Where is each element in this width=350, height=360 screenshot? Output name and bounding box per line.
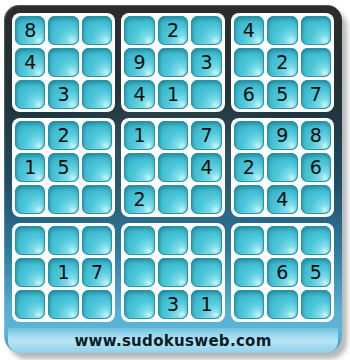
box-3-1: 17 <box>12 223 115 322</box>
cell-r2c7[interactable] <box>234 48 264 77</box>
cell-r5c6: 4 <box>191 153 221 182</box>
cell-r9c4[interactable] <box>124 290 154 319</box>
cell-r1c9[interactable] <box>301 16 331 45</box>
cell-r9c2[interactable] <box>48 290 78 319</box>
cell-r3c7: 6 <box>234 80 264 109</box>
cell-r7c7[interactable] <box>234 226 264 255</box>
cell-r9c9[interactable] <box>301 290 331 319</box>
cell-r8c4[interactable] <box>124 258 154 287</box>
cell-r9c5: 3 <box>158 290 188 319</box>
cell-r4c7[interactable] <box>234 121 264 150</box>
sudoku-board: 8432934142657215174298264173165 www.sudo… <box>4 5 342 353</box>
footer-bar: www.sudokusweb.com <box>8 328 338 353</box>
cell-r2c1: 4 <box>15 48 45 77</box>
cell-r8c6[interactable] <box>191 258 221 287</box>
cell-r7c4[interactable] <box>124 226 154 255</box>
cell-r7c8[interactable] <box>267 226 297 255</box>
cell-r3c8: 5 <box>267 80 297 109</box>
cell-r1c7: 4 <box>234 16 264 45</box>
cell-r5c1: 1 <box>15 153 45 182</box>
cell-r2c4: 9 <box>124 48 154 77</box>
cell-r8c7[interactable] <box>234 258 264 287</box>
cell-r1c8[interactable] <box>267 16 297 45</box>
cell-r2c3[interactable] <box>82 48 112 77</box>
cell-r4c9: 8 <box>301 121 331 150</box>
cell-r2c8: 2 <box>267 48 297 77</box>
cell-r6c6[interactable] <box>191 185 221 214</box>
cell-r7c3[interactable] <box>82 226 112 255</box>
box-1-1: 843 <box>12 13 115 112</box>
cell-r5c9: 6 <box>301 153 331 182</box>
cell-r4c3[interactable] <box>82 121 112 150</box>
cell-r2c2[interactable] <box>48 48 78 77</box>
cell-r3c2: 3 <box>48 80 78 109</box>
box-3-2: 31 <box>121 223 224 322</box>
cell-r6c2[interactable] <box>48 185 78 214</box>
cell-r5c5[interactable] <box>158 153 188 182</box>
cell-r1c2[interactable] <box>48 16 78 45</box>
box-1-3: 42657 <box>231 13 334 112</box>
box-2-1: 215 <box>12 118 115 217</box>
cell-r4c6: 7 <box>191 121 221 150</box>
cell-r8c5[interactable] <box>158 258 188 287</box>
cell-r8c8: 6 <box>267 258 297 287</box>
cell-r3c3[interactable] <box>82 80 112 109</box>
box-3-3: 65 <box>231 223 334 322</box>
cell-r6c9[interactable] <box>301 185 331 214</box>
cell-r9c3[interactable] <box>82 290 112 319</box>
cell-r5c7: 2 <box>234 153 264 182</box>
cell-r6c7[interactable] <box>234 185 264 214</box>
cell-r2c9[interactable] <box>301 48 331 77</box>
cell-r6c3[interactable] <box>82 185 112 214</box>
cell-r5c4[interactable] <box>124 153 154 182</box>
cell-r1c4[interactable] <box>124 16 154 45</box>
cell-r3c5: 1 <box>158 80 188 109</box>
cell-r7c2[interactable] <box>48 226 78 255</box>
cell-r9c6: 1 <box>191 290 221 319</box>
cell-r4c4: 1 <box>124 121 154 150</box>
cell-r8c2: 1 <box>48 258 78 287</box>
cell-r2c6: 3 <box>191 48 221 77</box>
cell-r3c6[interactable] <box>191 80 221 109</box>
cell-r9c7[interactable] <box>234 290 264 319</box>
site-url-label: www.sudokusweb.com <box>74 332 271 350</box>
cell-r1c5: 2 <box>158 16 188 45</box>
cell-r3c4: 4 <box>124 80 154 109</box>
sudoku-page: 8432934142657215174298264173165 www.sudo… <box>0 0 350 360</box>
cell-r4c8: 9 <box>267 121 297 150</box>
cell-r7c9[interactable] <box>301 226 331 255</box>
cell-r1c3[interactable] <box>82 16 112 45</box>
cell-r6c8: 4 <box>267 185 297 214</box>
cell-r8c3: 7 <box>82 258 112 287</box>
cell-r3c9: 7 <box>301 80 331 109</box>
cell-r4c5[interactable] <box>158 121 188 150</box>
cell-r7c5[interactable] <box>158 226 188 255</box>
cell-r3c1[interactable] <box>15 80 45 109</box>
cell-r5c8[interactable] <box>267 153 297 182</box>
cell-r1c6[interactable] <box>191 16 221 45</box>
box-2-3: 98264 <box>231 118 334 217</box>
cell-r8c1[interactable] <box>15 258 45 287</box>
cell-r2c5[interactable] <box>158 48 188 77</box>
cell-r6c4: 2 <box>124 185 154 214</box>
cell-r4c1[interactable] <box>15 121 45 150</box>
box-1-2: 29341 <box>121 13 224 112</box>
cell-r5c3[interactable] <box>82 153 112 182</box>
cell-r4c2: 2 <box>48 121 78 150</box>
cell-r8c9: 5 <box>301 258 331 287</box>
cell-r7c1[interactable] <box>15 226 45 255</box>
box-2-2: 1742 <box>121 118 224 217</box>
cell-r9c1[interactable] <box>15 290 45 319</box>
sudoku-grid: 8432934142657215174298264173165 <box>12 13 334 322</box>
cell-r6c1[interactable] <box>15 185 45 214</box>
cell-r9c8[interactable] <box>267 290 297 319</box>
cell-r1c1: 8 <box>15 16 45 45</box>
cell-r6c5[interactable] <box>158 185 188 214</box>
cell-r5c2: 5 <box>48 153 78 182</box>
cell-r7c6[interactable] <box>191 226 221 255</box>
